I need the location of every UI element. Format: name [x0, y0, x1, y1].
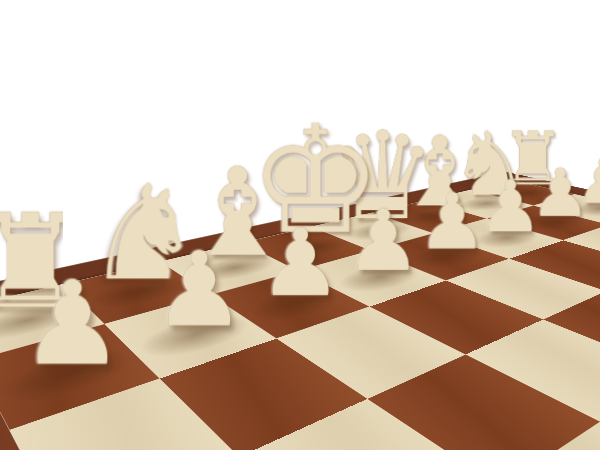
pawn-glyph: ♟	[418, 186, 487, 260]
pawn-glyph: ♟	[479, 173, 543, 241]
pawn-glyph: ♟	[346, 201, 422, 281]
pawn-glyph: ♟	[259, 219, 342, 307]
pawn-glyph: ♟	[153, 242, 246, 340]
chess-set-photo: ♜♞♝♚♛♝♞♜♟♟♟♟♟♟♟♟	[0, 0, 600, 450]
chess-board: ♜♞♝♚♛♝♞♜♟♟♟♟♟♟♟♟	[0, 0, 600, 450]
board-squares-grid: ♜♞♝♚♛♝♞♜♟♟♟♟♟♟♟♟	[0, 0, 600, 450]
pawn-glyph: ♟	[20, 269, 124, 380]
